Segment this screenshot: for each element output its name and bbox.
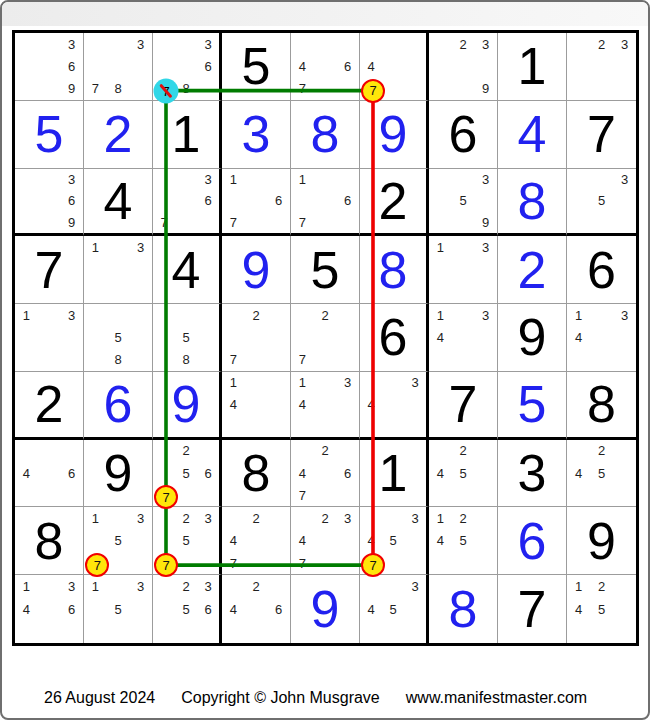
cell-r4c2[interactable]: 13 xyxy=(84,236,153,304)
candidate-mark: 7 xyxy=(222,212,245,234)
candidate-mark: 6 xyxy=(60,190,83,212)
solved-digit: 5 xyxy=(15,101,83,168)
candidate-grid: 167 xyxy=(222,169,290,234)
candidate-mark: 3 xyxy=(129,236,152,258)
candidate-mark: 3 xyxy=(474,169,497,191)
candidate-mark: 4 xyxy=(429,462,452,484)
cell-r4c8[interactable]: 2 xyxy=(498,236,567,304)
cell-r9c3[interactable]: 2356 xyxy=(153,575,222,643)
titlebar-strip xyxy=(2,2,648,26)
candidate-mark: 6 xyxy=(197,55,219,77)
cell-r8c8[interactable]: 6 xyxy=(498,507,567,575)
candidate-grid: 239 xyxy=(429,33,497,100)
given-digit: 5 xyxy=(291,236,359,303)
candidate-mark: 2 xyxy=(314,304,337,326)
cell-r1c5[interactable]: 467 xyxy=(291,33,360,101)
candidate-mark: 2 xyxy=(452,33,475,55)
footer-website: www.manifestmaster.com xyxy=(406,689,587,707)
candidate-grid: 27 xyxy=(222,304,290,371)
candidate-mark: 4 xyxy=(360,530,382,552)
candidate-mark: 6 xyxy=(60,462,83,484)
candidate-mark: 3 xyxy=(60,304,83,326)
candidate-grid: 369 xyxy=(15,169,83,234)
candidate-mark: 1 xyxy=(567,304,590,326)
sudoku-board: 3693783678546747239123521389647369436716… xyxy=(12,30,639,646)
candidate-mark: 5 xyxy=(590,598,613,621)
candidate-mark: 2 xyxy=(245,575,268,598)
candidate-mark: 6 xyxy=(197,598,219,621)
footer-date: 26 August 2024 xyxy=(44,689,155,707)
cell-r9c2[interactable]: 135 xyxy=(84,575,153,643)
given-digit: 4 xyxy=(84,169,152,234)
candidate-grid: 27 xyxy=(291,304,359,371)
candidate-mark: 6 xyxy=(60,598,83,621)
candidate-mark: 6 xyxy=(336,190,359,212)
candidate-mark: 6 xyxy=(197,190,219,212)
candidate-mark: 4 xyxy=(291,393,314,415)
candidate-mark: 6 xyxy=(267,190,290,212)
candidate-mark: 7 xyxy=(291,212,314,234)
candidate-mark: 3 xyxy=(129,33,152,55)
cell-r2c7[interactable]: 6 xyxy=(429,101,498,169)
candidate-mark: 3 xyxy=(474,33,497,55)
candidate-grid: 34 xyxy=(360,372,426,437)
candidate-mark: 5 xyxy=(107,326,130,348)
candidate-grid: 2467 xyxy=(291,440,359,507)
cell-r5c5[interactable]: 27 xyxy=(291,304,360,372)
candidate-mark: 1 xyxy=(84,507,107,529)
candidate-mark: 2 xyxy=(175,440,197,462)
cell-r5c8[interactable]: 9 xyxy=(498,304,567,372)
candidate-mark: 1 xyxy=(291,372,314,394)
candidate-grid: 345 xyxy=(360,575,426,643)
solved-digit: 8 xyxy=(429,575,497,643)
given-digit: 7 xyxy=(15,236,83,303)
candidate-mark: 8 xyxy=(175,349,197,371)
candidate-grid: 1346 xyxy=(15,575,83,643)
candidate-mark: 1 xyxy=(429,236,452,258)
candidate-mark: 5 xyxy=(107,598,130,621)
candidate-mark: 1 xyxy=(15,304,38,326)
candidate-mark: 5 xyxy=(452,462,475,484)
candidate-grid: 13 xyxy=(84,236,152,303)
candidate-grid: 23 xyxy=(567,33,636,100)
cell-r7c8[interactable]: 3 xyxy=(498,440,567,508)
cell-r4c1[interactable]: 7 xyxy=(15,236,84,304)
candidate-mark: 3 xyxy=(60,169,83,191)
cell-r3c5[interactable]: 167 xyxy=(291,169,360,237)
candidate-mark: 2 xyxy=(590,440,613,462)
cell-r2c6[interactable]: 9 xyxy=(360,101,429,169)
cell-r4c5[interactable]: 5 xyxy=(291,236,360,304)
candidate-mark: 2 xyxy=(245,507,268,529)
elimination-slash-icon xyxy=(159,83,172,98)
cell-r6c4[interactable]: 14 xyxy=(222,372,291,440)
cell-r2c9[interactable]: 7 xyxy=(567,101,636,169)
given-digit: 4 xyxy=(153,236,219,303)
candidate-mark: 3 xyxy=(404,372,426,394)
candidate-grid: 134 xyxy=(291,372,359,437)
cell-r4c9[interactable]: 6 xyxy=(567,236,636,304)
candidate-mark: 4 xyxy=(567,462,590,484)
cell-r7c1[interactable]: 46 xyxy=(15,440,84,508)
cell-r5c3[interactable]: 58 xyxy=(153,304,222,372)
candidate-grid: 13 xyxy=(429,236,497,303)
cell-r3c4[interactable]: 167 xyxy=(222,169,291,237)
candidate-grid: 467 xyxy=(291,33,359,100)
candidate-mark: 2 xyxy=(452,440,475,462)
cell-r9c5[interactable]: 9 xyxy=(291,575,360,643)
given-digit: 8 xyxy=(222,440,290,507)
cell-r2c8[interactable]: 4 xyxy=(498,101,567,169)
candidate-mark: 3 xyxy=(404,575,426,598)
candidate-mark: 9 xyxy=(60,212,83,234)
given-digit: 2 xyxy=(15,372,83,437)
cell-r6c8[interactable]: 5 xyxy=(498,372,567,440)
candidate-mark: 7 xyxy=(222,349,245,371)
candidate-mark: 3 xyxy=(336,507,359,529)
candidate-grid: 359 xyxy=(429,169,497,234)
footer: 26 August 2024 Copyright © John Musgrave… xyxy=(44,689,587,707)
candidate-mark: 7 xyxy=(222,552,245,574)
cell-r6c6[interactable]: 34 xyxy=(360,372,429,440)
candidate-mark: 4 xyxy=(567,326,590,348)
candidate-mark: 3 xyxy=(474,304,497,326)
candidate-mark: 2 xyxy=(590,33,613,55)
cell-r1c8[interactable]: 1 xyxy=(498,33,567,101)
given-digit: 7 xyxy=(429,372,497,437)
cell-r1c9[interactable]: 23 xyxy=(567,33,636,101)
candidate-mark: 4 xyxy=(291,530,314,552)
cell-r6c2[interactable]: 6 xyxy=(84,372,153,440)
candidate-mark: 4 xyxy=(222,598,245,621)
cell-r2c1[interactable]: 5 xyxy=(15,101,84,169)
chain-node-circle: 7 xyxy=(85,553,109,577)
candidate-mark: 3 xyxy=(613,33,636,55)
candidate-mark: 9 xyxy=(60,78,83,100)
candidate-mark: 7 xyxy=(84,78,107,100)
given-digit: 8 xyxy=(15,507,83,574)
candidate-mark: 3 xyxy=(474,236,497,258)
candidate-grid: 247 xyxy=(222,507,290,574)
candidate-mark: 2 xyxy=(245,304,268,326)
solved-digit: 4 xyxy=(498,101,566,168)
candidate-grid: 58 xyxy=(153,304,219,371)
cell-r9c7[interactable]: 8 xyxy=(429,575,498,643)
candidate-grid: 2347 xyxy=(291,507,359,574)
candidate-mark: 5 xyxy=(175,598,197,621)
candidate-mark: 4 xyxy=(15,598,38,621)
candidate-mark: 5 xyxy=(452,530,475,552)
candidate-grid: 246 xyxy=(222,575,290,643)
candidate-mark: 1 xyxy=(429,507,452,529)
cell-r7c5[interactable]: 2467 xyxy=(291,440,360,508)
cell-r1c2[interactable]: 378 xyxy=(84,33,153,101)
cell-r1c1[interactable]: 369 xyxy=(15,33,84,101)
solved-digit: 9 xyxy=(153,372,219,437)
cell-r6c9[interactable]: 8 xyxy=(567,372,636,440)
candidate-mark: 7 xyxy=(153,212,175,234)
candidate-mark: 5 xyxy=(175,462,197,484)
cell-r9c1[interactable]: 1346 xyxy=(15,575,84,643)
candidate-mark: 2 xyxy=(452,507,475,529)
cell-r3c6[interactable]: 2 xyxy=(360,169,429,237)
cell-r7c2[interactable]: 9 xyxy=(84,440,153,508)
candidate-mark: 9 xyxy=(474,212,497,234)
candidate-mark: 1 xyxy=(429,304,452,326)
given-digit: 9 xyxy=(567,507,636,574)
candidate-mark: 3 xyxy=(197,575,219,598)
given-digit: 5 xyxy=(222,33,290,100)
cell-r1c7[interactable]: 239 xyxy=(429,33,498,101)
cell-r7c6[interactable]: 1 xyxy=(360,440,429,508)
cell-r5c4[interactable]: 27 xyxy=(222,304,291,372)
sudoku-page: 3693783678546747239123521389647369436716… xyxy=(0,0,650,720)
solved-digit: 8 xyxy=(498,169,566,234)
candidate-mark: 4 xyxy=(429,530,452,552)
solved-digit: 2 xyxy=(498,236,566,303)
cell-r2c3[interactable]: 1 xyxy=(153,101,222,169)
cell-r8c7[interactable]: 1245 xyxy=(429,507,498,575)
candidate-mark: 2 xyxy=(175,575,197,598)
solved-digit: 6 xyxy=(498,507,566,574)
cell-r5c6[interactable]: 6 xyxy=(360,304,429,372)
candidate-mark: 3 xyxy=(197,33,219,55)
candidate-mark: 3 xyxy=(60,575,83,598)
given-digit: 8 xyxy=(567,372,636,437)
candidate-mark: 2 xyxy=(314,507,337,529)
cell-r6c5[interactable]: 134 xyxy=(291,372,360,440)
candidate-mark: 6 xyxy=(336,462,359,484)
given-digit: 3 xyxy=(498,440,566,507)
candidate-grid: 14 xyxy=(222,372,290,437)
candidate-mark: 3 xyxy=(197,507,219,529)
cell-r8c9[interactable]: 9 xyxy=(567,507,636,575)
cell-r6c1[interactable]: 2 xyxy=(15,372,84,440)
candidate-grid: 245 xyxy=(429,440,497,507)
chain-node-circle: 7 xyxy=(154,485,178,509)
candidate-mark: 3 xyxy=(197,169,219,191)
cell-r5c9[interactable]: 134 xyxy=(567,304,636,372)
cell-r7c4[interactable]: 8 xyxy=(222,440,291,508)
candidate-mark: 6 xyxy=(267,598,290,621)
cell-r8c1[interactable]: 8 xyxy=(15,507,84,575)
solved-digit: 2 xyxy=(84,101,152,168)
candidate-mark: 4 xyxy=(360,55,382,77)
candidate-mark: 4 xyxy=(360,393,382,415)
solved-digit: 9 xyxy=(222,236,290,303)
given-digit: 1 xyxy=(360,440,426,507)
candidate-mark: 4 xyxy=(360,598,382,621)
candidate-grid: 135 xyxy=(84,575,152,643)
candidate-mark: 8 xyxy=(107,78,130,100)
solved-digit: 5 xyxy=(498,372,566,437)
candidate-grid: 378 xyxy=(84,33,152,100)
cell-r3c1[interactable]: 369 xyxy=(15,169,84,237)
cell-r2c2[interactable]: 2 xyxy=(84,101,153,169)
cell-r4c3[interactable]: 4 xyxy=(153,236,222,304)
cell-r2c5[interactable]: 8 xyxy=(291,101,360,169)
candidate-mark: 7 xyxy=(291,552,314,574)
candidate-mark: 5 xyxy=(382,598,404,621)
candidate-grid: 167 xyxy=(291,169,359,234)
chain-node-circle: 7 xyxy=(361,553,385,577)
candidate-grid: 134 xyxy=(567,304,636,371)
cell-r7c7[interactable]: 245 xyxy=(429,440,498,508)
cell-r9c9[interactable]: 1245 xyxy=(567,575,636,643)
candidate-mark: 1 xyxy=(567,575,590,598)
candidate-mark: 3 xyxy=(60,33,83,55)
cell-r7c9[interactable]: 245 xyxy=(567,440,636,508)
cell-r9c8[interactable]: 7 xyxy=(498,575,567,643)
footer-copyright: Copyright © John Musgrave xyxy=(181,689,380,707)
candidate-mark: 1 xyxy=(222,372,245,394)
solved-digit: 6 xyxy=(84,372,152,437)
candidate-grid: 2356 xyxy=(153,575,219,643)
cell-r8c5[interactable]: 2347 xyxy=(291,507,360,575)
candidate-mark: 3 xyxy=(404,507,426,529)
candidate-mark: 4 xyxy=(15,462,38,484)
candidate-grid: 1245 xyxy=(567,575,636,643)
candidate-grid: 134 xyxy=(429,304,497,371)
solved-digit: 8 xyxy=(360,236,426,303)
candidate-mark: 1 xyxy=(15,575,38,598)
candidate-mark: 5 xyxy=(382,530,404,552)
candidate-mark: 4 xyxy=(567,598,590,621)
candidate-mark: 1 xyxy=(291,169,314,191)
candidate-mark: 7 xyxy=(291,484,314,506)
given-digit: 1 xyxy=(498,33,566,100)
candidate-mark: 3 xyxy=(129,507,152,529)
cell-r4c4[interactable]: 9 xyxy=(222,236,291,304)
solved-digit: 9 xyxy=(360,101,426,168)
candidate-mark: 4 xyxy=(291,55,314,77)
cell-r9c4[interactable]: 246 xyxy=(222,575,291,643)
given-digit: 9 xyxy=(84,440,152,507)
solved-digit: 9 xyxy=(291,575,359,643)
candidate-mark: 1 xyxy=(222,169,245,191)
candidate-mark: 3 xyxy=(613,304,636,326)
candidate-mark: 4 xyxy=(222,530,245,552)
candidate-grid: 369 xyxy=(15,33,83,100)
candidate-mark: 5 xyxy=(452,190,475,212)
candidate-mark: 6 xyxy=(60,55,83,77)
candidate-mark: 3 xyxy=(613,169,636,191)
cell-r5c7[interactable]: 134 xyxy=(429,304,498,372)
candidate-grid: 35 xyxy=(567,169,636,234)
candidate-mark: 3 xyxy=(129,575,152,598)
cell-r3c7[interactable]: 359 xyxy=(429,169,498,237)
given-digit: 6 xyxy=(360,304,426,371)
candidate-mark: 7 xyxy=(291,349,314,371)
candidate-mark: 8 xyxy=(107,349,130,371)
given-digit: 2 xyxy=(360,169,426,234)
candidate-grid: 367 xyxy=(153,169,219,234)
candidate-mark: 5 xyxy=(107,530,130,552)
chain-node-circle: 7 xyxy=(154,553,178,577)
candidate-mark: 6 xyxy=(336,55,359,77)
cell-r5c1[interactable]: 13 xyxy=(15,304,84,372)
given-digit: 9 xyxy=(498,304,566,371)
candidate-mark: 2 xyxy=(590,575,613,598)
given-digit: 7 xyxy=(567,101,636,168)
cell-r3c8[interactable]: 8 xyxy=(498,169,567,237)
candidate-grid: 58 xyxy=(84,304,152,371)
cell-r4c7[interactable]: 13 xyxy=(429,236,498,304)
candidate-mark: 4 xyxy=(222,393,245,415)
given-digit: 1 xyxy=(153,101,219,168)
candidate-mark: 1 xyxy=(84,575,107,598)
chain-node-circle: 7 xyxy=(361,79,385,103)
cell-r1c4[interactable]: 5 xyxy=(222,33,291,101)
candidate-mark: 5 xyxy=(175,530,197,552)
given-digit: 6 xyxy=(429,101,497,168)
solved-digit: 3 xyxy=(222,101,290,168)
elimination-circle: 7 xyxy=(154,78,179,103)
given-digit: 7 xyxy=(498,575,566,643)
cell-r3c2[interactable]: 4 xyxy=(84,169,153,237)
cell-r3c3[interactable]: 367 xyxy=(153,169,222,237)
candidate-mark: 2 xyxy=(314,440,337,462)
candidate-grid: 1245 xyxy=(429,507,497,574)
given-digit: 6 xyxy=(567,236,636,303)
cell-r5c2[interactable]: 58 xyxy=(84,304,153,372)
candidate-grid: 46 xyxy=(15,440,83,507)
candidate-mark: 5 xyxy=(590,462,613,484)
candidate-mark: 6 xyxy=(197,462,219,484)
cell-r9c6[interactable]: 345 xyxy=(360,575,429,643)
cell-r4c6[interactable]: 8 xyxy=(360,236,429,304)
candidate-grid: 13 xyxy=(15,304,83,371)
cell-r6c3[interactable]: 9 xyxy=(153,372,222,440)
candidate-mark: 3 xyxy=(336,372,359,394)
candidate-mark: 5 xyxy=(590,190,613,212)
candidate-mark: 1 xyxy=(84,236,107,258)
cell-r3c9[interactable]: 35 xyxy=(567,169,636,237)
solved-digit: 8 xyxy=(291,101,359,168)
candidate-mark: 2 xyxy=(175,507,197,529)
candidate-mark: 5 xyxy=(175,326,197,348)
candidate-mark: 7 xyxy=(291,78,314,100)
candidate-mark: 4 xyxy=(291,462,314,484)
candidate-mark: 9 xyxy=(474,78,497,100)
cell-r6c7[interactable]: 7 xyxy=(429,372,498,440)
candidate-mark: 4 xyxy=(429,326,452,348)
cell-r2c4[interactable]: 3 xyxy=(222,101,291,169)
cell-r8c4[interactable]: 247 xyxy=(222,507,291,575)
candidate-grid: 245 xyxy=(567,440,636,507)
